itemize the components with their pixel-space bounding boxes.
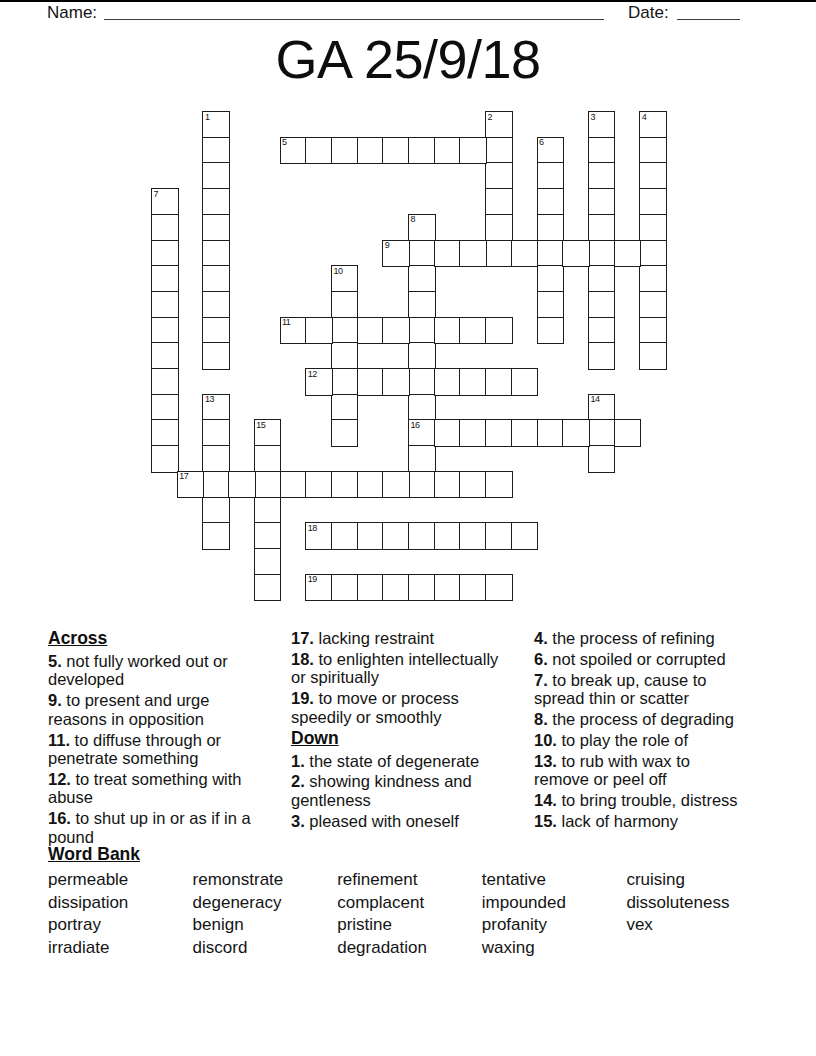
grid-cell[interactable] bbox=[588, 265, 616, 293]
grid-cell[interactable] bbox=[434, 368, 462, 396]
grid-cell[interactable] bbox=[485, 317, 513, 345]
word-bank-word: pristine bbox=[337, 914, 482, 937]
grid-cell[interactable] bbox=[151, 394, 179, 422]
grid-cell[interactable] bbox=[511, 368, 539, 396]
grid-cell[interactable] bbox=[459, 240, 487, 268]
grid-cell[interactable] bbox=[331, 137, 359, 165]
grid-cell[interactable] bbox=[408, 522, 436, 550]
grid-cell[interactable] bbox=[408, 240, 436, 268]
clue-number: 5 bbox=[282, 138, 287, 147]
grid-cell[interactable]: 13 bbox=[202, 394, 230, 422]
grid-cell[interactable]: 15 bbox=[254, 419, 282, 447]
grid-cell[interactable] bbox=[485, 419, 513, 447]
clue-number-label: 17. bbox=[291, 629, 314, 647]
word-bank-word: portray bbox=[48, 914, 193, 937]
grid-cell[interactable] bbox=[202, 522, 230, 550]
grid-cell[interactable] bbox=[382, 137, 410, 165]
clue-number: 17 bbox=[179, 472, 188, 481]
grid-cell[interactable] bbox=[459, 137, 487, 165]
grid-cell[interactable] bbox=[459, 368, 487, 396]
grid-cell[interactable]: 7 bbox=[151, 188, 179, 216]
grid-cell[interactable]: 1 bbox=[202, 111, 230, 139]
grid-cell[interactable]: 5 bbox=[280, 137, 308, 165]
clue-number: 7 bbox=[154, 190, 159, 199]
grid-cell[interactable] bbox=[254, 471, 282, 499]
grid-cell[interactable] bbox=[357, 522, 385, 550]
grid-cell[interactable] bbox=[280, 471, 308, 499]
grid-cell[interactable] bbox=[382, 471, 410, 499]
grid-cell[interactable] bbox=[382, 574, 410, 602]
grid-cell[interactable] bbox=[562, 419, 590, 447]
clue-17: 17. lacking restraint bbox=[291, 629, 533, 647]
grid-cell[interactable]: 6 bbox=[537, 137, 565, 165]
grid-cell[interactable] bbox=[537, 265, 565, 293]
clue-1: 1. the state of degenerate bbox=[291, 752, 533, 770]
grid-cell[interactable] bbox=[485, 162, 513, 190]
grid-cell[interactable] bbox=[588, 188, 616, 216]
grid-cell[interactable]: 14 bbox=[588, 394, 616, 422]
clue-number-label: 7. bbox=[534, 671, 548, 689]
grid-cell[interactable] bbox=[588, 317, 616, 345]
grid-cell[interactable] bbox=[202, 471, 230, 499]
clue-number: 13 bbox=[205, 395, 214, 404]
grid-cell[interactable] bbox=[254, 574, 282, 602]
grid-cell[interactable] bbox=[614, 419, 642, 447]
clue-number-label: 8. bbox=[534, 710, 548, 728]
grid-cell[interactable] bbox=[254, 497, 282, 525]
grid-cell[interactable] bbox=[588, 342, 616, 370]
puzzle-title: GA 25/9/18 bbox=[0, 31, 816, 88]
clue-number: 2 bbox=[488, 113, 493, 122]
clue-number-label: 10. bbox=[534, 731, 557, 749]
grid-cell[interactable] bbox=[202, 497, 230, 525]
grid-cell[interactable] bbox=[485, 522, 513, 550]
grid-cell[interactable] bbox=[331, 291, 359, 319]
clue-10: 10. to play the role of bbox=[534, 731, 776, 749]
grid-cell[interactable]: 19 bbox=[305, 574, 333, 602]
clue-number-label: 19. bbox=[291, 689, 314, 707]
clue-number-label: 15. bbox=[534, 812, 557, 830]
clue-number: 18 bbox=[308, 524, 317, 533]
clue-number: 8 bbox=[411, 215, 416, 224]
grid-cell[interactable] bbox=[357, 368, 385, 396]
grid-cell[interactable] bbox=[331, 368, 359, 396]
grid-cell[interactable] bbox=[434, 522, 462, 550]
grid-cell[interactable] bbox=[357, 317, 385, 345]
clue-8: 8. the process of degrading bbox=[534, 710, 776, 728]
grid-cell[interactable] bbox=[382, 522, 410, 550]
clue-11: 11. to diffuse through or penetrate some… bbox=[48, 731, 290, 768]
grid-cell[interactable] bbox=[537, 162, 565, 190]
clue-number: 3 bbox=[590, 113, 595, 122]
clue-number-label: 9. bbox=[48, 691, 62, 709]
grid-cell[interactable] bbox=[588, 162, 616, 190]
grid-cell[interactable] bbox=[357, 137, 385, 165]
grid-cell[interactable] bbox=[588, 214, 616, 242]
clue-column-3: 4. the process of refining6. not spoiled… bbox=[534, 629, 776, 833]
grid-cell[interactable]: 16 bbox=[408, 419, 436, 447]
grid-cell[interactable]: 11 bbox=[280, 317, 308, 345]
grid-cell[interactable]: 18 bbox=[305, 522, 333, 550]
grid-cell[interactable] bbox=[331, 471, 359, 499]
clue-number: 15 bbox=[256, 421, 265, 430]
grid-cell[interactable] bbox=[331, 342, 359, 370]
worksheet-page: Name: Date: GA 25/9/18 12345678169101112… bbox=[0, 0, 816, 1056]
grid-cell[interactable] bbox=[537, 240, 565, 268]
grid-cell[interactable] bbox=[408, 342, 436, 370]
clue-number-label: 2. bbox=[291, 772, 305, 790]
clue-list-heading: Down bbox=[291, 729, 533, 748]
grid-cell[interactable] bbox=[331, 317, 359, 345]
grid-cell[interactable] bbox=[639, 291, 667, 319]
grid-cell[interactable] bbox=[459, 574, 487, 602]
grid-cell[interactable] bbox=[202, 419, 230, 447]
grid-cell[interactable] bbox=[151, 214, 179, 242]
grid-cell[interactable] bbox=[202, 188, 230, 216]
grid-cell[interactable] bbox=[202, 265, 230, 293]
word-bank-word: degeneracy bbox=[193, 892, 338, 915]
grid-cell[interactable] bbox=[639, 342, 667, 370]
grid-cell[interactable]: 17 bbox=[177, 471, 205, 499]
grid-cell[interactable]: 4 bbox=[639, 111, 667, 139]
grid-cell[interactable] bbox=[331, 419, 359, 447]
name-label: Name: bbox=[47, 3, 97, 23]
grid-cell[interactable] bbox=[434, 137, 462, 165]
clue-13: 13. to rub with wax to remove or peel of… bbox=[534, 752, 776, 789]
grid-cell[interactable] bbox=[511, 419, 539, 447]
clue-9: 9. to present and urge reasons in opposi… bbox=[48, 691, 290, 728]
grid-cell[interactable] bbox=[537, 317, 565, 345]
word-bank-word: remonstrate bbox=[193, 869, 338, 892]
grid-cell[interactable]: 2 bbox=[485, 111, 513, 139]
word-bank-word: tentative bbox=[482, 869, 627, 892]
grid-cell[interactable] bbox=[408, 445, 436, 473]
grid-cell[interactable] bbox=[485, 368, 513, 396]
grid-cell[interactable] bbox=[151, 265, 179, 293]
grid-cell[interactable] bbox=[639, 162, 667, 190]
clue-number: 16 bbox=[411, 421, 420, 430]
grid-cell[interactable] bbox=[408, 265, 436, 293]
clue-number: 19 bbox=[308, 575, 317, 584]
grid-cell[interactable]: 9 bbox=[382, 240, 410, 268]
clue-column-1: Across5. not fully worked out or develop… bbox=[48, 629, 290, 849]
grid-cell[interactable] bbox=[254, 548, 282, 576]
clue-18: 18. to enlighten intellectually or spiri… bbox=[291, 650, 533, 687]
grid-cell[interactable] bbox=[331, 574, 359, 602]
grid-cell[interactable]: 3 bbox=[588, 111, 616, 139]
grid-cell[interactable] bbox=[562, 240, 590, 268]
grid-cell[interactable] bbox=[202, 291, 230, 319]
word-bank-word: dissipation bbox=[48, 892, 193, 915]
word-bank-word: complacent bbox=[337, 892, 482, 915]
clue-number: 9 bbox=[385, 241, 390, 250]
grid-cell[interactable] bbox=[382, 317, 410, 345]
grid-cell[interactable] bbox=[639, 188, 667, 216]
grid-cell[interactable] bbox=[357, 471, 385, 499]
clue-5: 5. not fully worked out or developed bbox=[48, 652, 290, 689]
grid-cell[interactable] bbox=[408, 368, 436, 396]
grid-cell[interactable] bbox=[485, 214, 513, 242]
grid-cell[interactable] bbox=[254, 522, 282, 550]
grid-cell[interactable] bbox=[202, 445, 230, 473]
grid-cell[interactable] bbox=[485, 137, 513, 165]
word-bank-word: refinement bbox=[337, 869, 482, 892]
grid-cell[interactable] bbox=[639, 317, 667, 345]
grid-cell[interactable] bbox=[202, 137, 230, 165]
clue-7: 7. to break up, cause to spread thin or … bbox=[534, 671, 776, 708]
word-bank-word: degradation bbox=[337, 937, 482, 960]
clue-2: 2. showing kindness and gentleness bbox=[291, 772, 533, 809]
clue-number-label: 11. bbox=[48, 731, 70, 749]
clue-4: 4. the process of refining bbox=[534, 629, 776, 647]
grid-cell[interactable] bbox=[511, 522, 539, 550]
clue-number-label: 12. bbox=[48, 770, 71, 788]
clue-number-label: 4. bbox=[534, 629, 548, 647]
grid-cell[interactable] bbox=[434, 471, 462, 499]
grid-cell[interactable] bbox=[151, 317, 179, 345]
word-bank-word: profanity bbox=[482, 914, 627, 937]
grid-cell[interactable] bbox=[357, 574, 385, 602]
grid-cell[interactable] bbox=[537, 291, 565, 319]
grid-cell[interactable] bbox=[485, 188, 513, 216]
date-input-line[interactable] bbox=[677, 2, 740, 20]
grid-cell[interactable] bbox=[202, 162, 230, 190]
word-bank-grid: permeabledissipationportrayirradiateremo… bbox=[48, 869, 771, 959]
clue-number-label: 13. bbox=[534, 752, 557, 770]
grid-cell[interactable] bbox=[588, 445, 616, 473]
grid-cell[interactable] bbox=[588, 419, 616, 447]
word-bank-heading: Word Bank bbox=[48, 845, 140, 864]
grid-cell[interactable]: 12 bbox=[305, 368, 333, 396]
clue-14: 14. to bring trouble, distress bbox=[534, 791, 776, 809]
clue-number: 10 bbox=[333, 267, 342, 276]
clue-number: 12 bbox=[308, 370, 317, 379]
grid-cell[interactable]: 10 bbox=[331, 265, 359, 293]
grid-cell[interactable] bbox=[408, 137, 436, 165]
grid-cell[interactable] bbox=[228, 471, 256, 499]
grid-cell[interactable] bbox=[331, 394, 359, 422]
word-bank-word: dissoluteness bbox=[626, 892, 771, 915]
grid-cell[interactable] bbox=[408, 317, 436, 345]
word-bank-word: vex bbox=[626, 914, 771, 937]
clue-12: 12. to treat something with abuse bbox=[48, 770, 290, 807]
grid-cell[interactable] bbox=[151, 368, 179, 396]
clue-number: 11 bbox=[282, 318, 290, 327]
grid-cell[interactable] bbox=[537, 214, 565, 242]
grid-cell[interactable] bbox=[434, 317, 462, 345]
grid-cell[interactable] bbox=[331, 522, 359, 550]
grid-cell[interactable] bbox=[305, 471, 333, 499]
word-bank-word: permeable bbox=[48, 869, 193, 892]
grid-cell[interactable] bbox=[639, 214, 667, 242]
grid-cell[interactable] bbox=[459, 419, 487, 447]
grid-cell[interactable] bbox=[614, 240, 642, 268]
grid-cell[interactable] bbox=[434, 574, 462, 602]
grid-cell[interactable] bbox=[305, 317, 333, 345]
grid-cell[interactable] bbox=[639, 240, 667, 268]
grid-cell[interactable] bbox=[305, 137, 333, 165]
grid-cell[interactable] bbox=[588, 137, 616, 165]
word-bank-word: discord bbox=[193, 937, 338, 960]
grid-cell[interactable] bbox=[459, 522, 487, 550]
grid-cell[interactable] bbox=[485, 240, 513, 268]
clue-number: 14 bbox=[590, 395, 599, 404]
grid-cell[interactable] bbox=[459, 471, 487, 499]
clue-number-label: 14. bbox=[534, 791, 557, 809]
name-input-line[interactable] bbox=[104, 2, 604, 20]
grid-cell[interactable] bbox=[202, 240, 230, 268]
date-label: Date: bbox=[628, 3, 669, 23]
grid-cell[interactable] bbox=[151, 342, 179, 370]
grid-cell[interactable] bbox=[537, 419, 565, 447]
grid-cell[interactable] bbox=[639, 265, 667, 293]
clue-number-label: 1. bbox=[291, 752, 305, 770]
grid-cell[interactable] bbox=[588, 291, 616, 319]
clue-number: 1 bbox=[205, 113, 210, 122]
clue-6: 6. not spoiled or corrupted bbox=[534, 650, 776, 668]
clue-number-label: 6. bbox=[534, 650, 548, 668]
clue-3: 3. pleased with oneself bbox=[291, 812, 533, 830]
clue-list-heading: Across bbox=[48, 629, 290, 648]
grid-cell[interactable] bbox=[151, 240, 179, 268]
crossword-grid: 12345678169101112131415171819 bbox=[151, 111, 667, 601]
grid-cell[interactable] bbox=[254, 445, 282, 473]
grid-cell[interactable] bbox=[202, 342, 230, 370]
grid-cell[interactable]: 8 bbox=[408, 214, 436, 242]
grid-cell[interactable] bbox=[151, 291, 179, 319]
grid-cell[interactable] bbox=[588, 240, 616, 268]
grid-cell[interactable] bbox=[151, 445, 179, 473]
clue-number-label: 3. bbox=[291, 812, 305, 830]
grid-cell[interactable] bbox=[408, 291, 436, 319]
word-bank-word: benign bbox=[193, 914, 338, 937]
clue-number: 4 bbox=[642, 113, 647, 122]
clue-number-label: 5. bbox=[48, 652, 62, 670]
word-bank-word: irradiate bbox=[48, 937, 193, 960]
clue-19: 19. to move or process speedily or smoot… bbox=[291, 689, 533, 726]
grid-cell[interactable] bbox=[202, 317, 230, 345]
clue-16: 16. to shut up in or as if in a pound bbox=[48, 809, 290, 846]
clue-number-label: 16. bbox=[48, 809, 71, 827]
clue-number-label: 18. bbox=[291, 650, 314, 668]
grid-cell[interactable] bbox=[537, 188, 565, 216]
word-bank-word: waxing bbox=[482, 937, 627, 960]
word-bank-word: impounded bbox=[482, 892, 627, 915]
grid-cell[interactable] bbox=[202, 214, 230, 242]
grid-cell[interactable] bbox=[408, 471, 436, 499]
grid-cell[interactable] bbox=[151, 419, 179, 447]
grid-cell[interactable] bbox=[485, 574, 513, 602]
grid-cell[interactable] bbox=[639, 137, 667, 165]
grid-cell[interactable] bbox=[408, 394, 436, 422]
grid-cell[interactable] bbox=[434, 419, 462, 447]
clue-column-2: 17. lacking restraint18. to enlighten in… bbox=[291, 629, 533, 833]
grid-cell[interactable] bbox=[408, 574, 436, 602]
grid-cell[interactable] bbox=[434, 240, 462, 268]
grid-cell[interactable] bbox=[382, 368, 410, 396]
clue-15: 15. lack of harmony bbox=[534, 812, 776, 830]
word-bank-word: cruising bbox=[626, 869, 771, 892]
grid-cell[interactable] bbox=[485, 471, 513, 499]
clue-number: 6 bbox=[539, 138, 544, 147]
grid-cell[interactable] bbox=[511, 240, 539, 268]
grid-cell[interactable] bbox=[459, 317, 487, 345]
